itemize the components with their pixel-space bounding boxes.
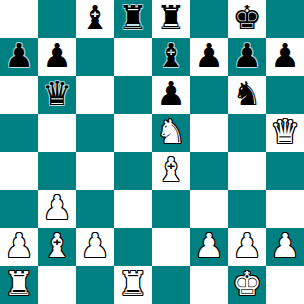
- white-pawn-piece: ♟: [194, 227, 224, 265]
- square-b4[interactable]: [38, 152, 76, 190]
- white-pawn-piece: ♟: [270, 227, 300, 265]
- white-pawn-piece: ♟: [42, 189, 72, 227]
- square-c7[interactable]: [76, 38, 114, 76]
- square-c6[interactable]: [76, 76, 114, 114]
- square-e3[interactable]: [152, 190, 190, 228]
- square-c1[interactable]: [76, 266, 114, 304]
- black-rook-piece: ♜: [118, 0, 148, 37]
- square-c4[interactable]: [76, 152, 114, 190]
- square-a4[interactable]: [0, 152, 38, 190]
- square-a3[interactable]: [0, 190, 38, 228]
- white-bishop-piece: ♝: [156, 151, 186, 189]
- white-pawn-piece: ♟: [232, 227, 262, 265]
- square-d4[interactable]: [114, 152, 152, 190]
- black-rook-piece: ♜: [156, 0, 186, 37]
- square-f3[interactable]: [190, 190, 228, 228]
- white-pawn-piece: ♟: [80, 227, 110, 265]
- black-bishop-piece: ♝: [156, 37, 186, 75]
- square-a7[interactable]: ♟: [0, 38, 38, 76]
- square-g8[interactable]: ♚: [228, 0, 266, 38]
- white-pawn-piece: ♟: [4, 227, 34, 265]
- square-d3[interactable]: [114, 190, 152, 228]
- square-b8[interactable]: [38, 0, 76, 38]
- black-pawn-piece: ♟: [156, 75, 186, 113]
- black-queen-piece: ♛: [42, 75, 72, 113]
- chess-board: ♝♜♜♚♟♟♝♟♟♟♛♟♞♞♛♝♟♟♝♟♟♟♟♜♜♚: [0, 0, 304, 304]
- square-e6[interactable]: ♟: [152, 76, 190, 114]
- square-g4[interactable]: [228, 152, 266, 190]
- white-rook-piece: ♜: [4, 265, 34, 303]
- square-d2[interactable]: [114, 228, 152, 266]
- black-pawn-piece: ♟: [4, 37, 34, 75]
- square-e7[interactable]: ♝: [152, 38, 190, 76]
- square-d1[interactable]: ♜: [114, 266, 152, 304]
- white-queen-piece: ♛: [270, 113, 300, 151]
- black-pawn-piece: ♟: [232, 37, 262, 75]
- square-h4[interactable]: [266, 152, 304, 190]
- square-e4[interactable]: ♝: [152, 152, 190, 190]
- square-b1[interactable]: [38, 266, 76, 304]
- square-b3[interactable]: ♟: [38, 190, 76, 228]
- square-g3[interactable]: [228, 190, 266, 228]
- white-bishop-piece: ♝: [42, 227, 72, 265]
- white-knight-piece: ♞: [156, 113, 186, 151]
- square-g7[interactable]: ♟: [228, 38, 266, 76]
- square-h5[interactable]: ♛: [266, 114, 304, 152]
- square-f8[interactable]: [190, 0, 228, 38]
- black-king-piece: ♚: [232, 0, 262, 37]
- white-king-piece: ♚: [232, 265, 262, 303]
- square-f6[interactable]: [190, 76, 228, 114]
- black-pawn-piece: ♟: [42, 37, 72, 75]
- square-e2[interactable]: [152, 228, 190, 266]
- square-g2[interactable]: ♟: [228, 228, 266, 266]
- square-h6[interactable]: [266, 76, 304, 114]
- square-a5[interactable]: [0, 114, 38, 152]
- square-g5[interactable]: [228, 114, 266, 152]
- square-d7[interactable]: [114, 38, 152, 76]
- square-h1[interactable]: [266, 266, 304, 304]
- square-c2[interactable]: ♟: [76, 228, 114, 266]
- square-h3[interactable]: [266, 190, 304, 228]
- square-d8[interactable]: ♜: [114, 0, 152, 38]
- square-a6[interactable]: [0, 76, 38, 114]
- square-h2[interactable]: ♟: [266, 228, 304, 266]
- square-g1[interactable]: ♚: [228, 266, 266, 304]
- square-c5[interactable]: [76, 114, 114, 152]
- square-d5[interactable]: [114, 114, 152, 152]
- black-bishop-piece: ♝: [80, 0, 110, 37]
- square-f7[interactable]: ♟: [190, 38, 228, 76]
- black-pawn-piece: ♟: [194, 37, 224, 75]
- black-knight-piece: ♞: [232, 75, 262, 113]
- square-b5[interactable]: [38, 114, 76, 152]
- square-a8[interactable]: [0, 0, 38, 38]
- square-f4[interactable]: [190, 152, 228, 190]
- square-g6[interactable]: ♞: [228, 76, 266, 114]
- square-e8[interactable]: ♜: [152, 0, 190, 38]
- square-a2[interactable]: ♟: [0, 228, 38, 266]
- square-d6[interactable]: [114, 76, 152, 114]
- square-b7[interactable]: ♟: [38, 38, 76, 76]
- square-f2[interactable]: ♟: [190, 228, 228, 266]
- square-a1[interactable]: ♜: [0, 266, 38, 304]
- square-b6[interactable]: ♛: [38, 76, 76, 114]
- square-h7[interactable]: ♟: [266, 38, 304, 76]
- square-f5[interactable]: [190, 114, 228, 152]
- square-e1[interactable]: [152, 266, 190, 304]
- black-pawn-piece: ♟: [270, 37, 300, 75]
- square-h8[interactable]: [266, 0, 304, 38]
- square-b2[interactable]: ♝: [38, 228, 76, 266]
- square-f1[interactable]: [190, 266, 228, 304]
- square-c3[interactable]: [76, 190, 114, 228]
- white-rook-piece: ♜: [118, 265, 148, 303]
- square-c8[interactable]: ♝: [76, 0, 114, 38]
- square-e5[interactable]: ♞: [152, 114, 190, 152]
